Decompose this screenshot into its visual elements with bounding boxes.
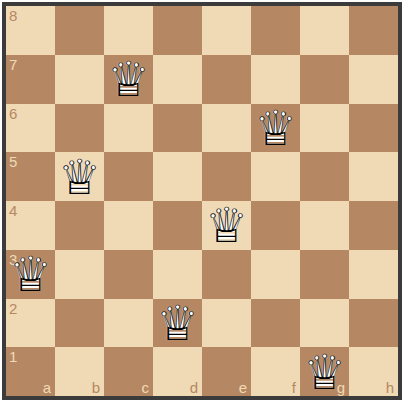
white-queen-piece[interactable]: ♛♕: [104, 55, 153, 104]
white-queen-outline-glyph: ♕: [58, 153, 101, 201]
square-h7[interactable]: [349, 55, 398, 104]
white-queen-piece[interactable]: ♛♕: [55, 152, 104, 201]
rank-label-1: 1: [9, 348, 17, 365]
square-d5[interactable]: [153, 152, 202, 201]
square-d7[interactable]: [153, 55, 202, 104]
square-c8[interactable]: [104, 6, 153, 55]
square-e5[interactable]: [202, 152, 251, 201]
square-b3[interactable]: [55, 250, 104, 299]
rank-label-6: 6: [9, 105, 17, 122]
square-c3[interactable]: [104, 250, 153, 299]
square-e8[interactable]: [202, 6, 251, 55]
square-f3[interactable]: [251, 250, 300, 299]
square-e1[interactable]: e: [202, 347, 251, 396]
square-f7[interactable]: [251, 55, 300, 104]
square-c1[interactable]: c: [104, 347, 153, 396]
file-label-f: f: [292, 379, 296, 396]
square-a3[interactable]: 3♛♕: [6, 250, 55, 299]
square-h1[interactable]: h: [349, 347, 398, 396]
square-c7[interactable]: ♛♕: [104, 55, 153, 104]
file-label-e: e: [239, 379, 247, 396]
square-d4[interactable]: [153, 201, 202, 250]
square-g6[interactable]: [300, 104, 349, 153]
square-b8[interactable]: [55, 6, 104, 55]
square-b5[interactable]: ♛♕: [55, 152, 104, 201]
square-e7[interactable]: [202, 55, 251, 104]
white-queen-outline-glyph: ♕: [107, 55, 150, 103]
square-d2[interactable]: ♛♕: [153, 299, 202, 348]
square-f5[interactable]: [251, 152, 300, 201]
square-a8[interactable]: 8: [6, 6, 55, 55]
square-f4[interactable]: [251, 201, 300, 250]
square-a1[interactable]: 1a: [6, 347, 55, 396]
white-queen-outline-glyph: ♕: [254, 104, 297, 152]
square-f2[interactable]: [251, 299, 300, 348]
chess-board: 87♛♕6♛♕5♛♕4♛♕3♛♕2♛♕1abcdefg♛♕h: [6, 6, 398, 396]
white-queen-piece[interactable]: ♛♕: [153, 299, 202, 348]
square-d1[interactable]: d: [153, 347, 202, 396]
square-d8[interactable]: [153, 6, 202, 55]
square-g3[interactable]: [300, 250, 349, 299]
rank-label-7: 7: [9, 56, 17, 73]
white-queen-piece[interactable]: ♛♕: [251, 104, 300, 153]
square-e3[interactable]: [202, 250, 251, 299]
square-e6[interactable]: [202, 104, 251, 153]
file-label-a: a: [43, 379, 51, 396]
rank-label-4: 4: [9, 202, 17, 219]
file-label-c: c: [142, 379, 150, 396]
white-queen-outline-glyph: ♕: [9, 250, 52, 298]
square-a6[interactable]: 6: [6, 104, 55, 153]
square-f6[interactable]: ♛♕: [251, 104, 300, 153]
square-a5[interactable]: 5: [6, 152, 55, 201]
white-queen-outline-glyph: ♕: [156, 299, 199, 347]
square-f8[interactable]: [251, 6, 300, 55]
square-b1[interactable]: b: [55, 347, 104, 396]
square-g4[interactable]: [300, 201, 349, 250]
square-c2[interactable]: [104, 299, 153, 348]
square-a4[interactable]: 4: [6, 201, 55, 250]
square-h6[interactable]: [349, 104, 398, 153]
square-c4[interactable]: [104, 201, 153, 250]
file-label-h: h: [386, 379, 394, 396]
square-b6[interactable]: [55, 104, 104, 153]
rank-label-5: 5: [9, 153, 17, 170]
square-b2[interactable]: [55, 299, 104, 348]
square-e4[interactable]: ♛♕: [202, 201, 251, 250]
white-queen-outline-glyph: ♕: [303, 348, 346, 396]
square-h3[interactable]: [349, 250, 398, 299]
white-queen-piece[interactable]: ♛♕: [300, 347, 349, 396]
square-e2[interactable]: [202, 299, 251, 348]
rank-label-8: 8: [9, 7, 17, 24]
square-h2[interactable]: [349, 299, 398, 348]
square-c6[interactable]: [104, 104, 153, 153]
square-g1[interactable]: g♛♕: [300, 347, 349, 396]
square-h5[interactable]: [349, 152, 398, 201]
square-h4[interactable]: [349, 201, 398, 250]
square-d6[interactable]: [153, 104, 202, 153]
square-g2[interactable]: [300, 299, 349, 348]
square-d3[interactable]: [153, 250, 202, 299]
file-label-d: d: [190, 379, 198, 396]
file-label-b: b: [92, 379, 100, 396]
square-g7[interactable]: [300, 55, 349, 104]
square-a2[interactable]: 2: [6, 299, 55, 348]
square-g5[interactable]: [300, 152, 349, 201]
white-queen-piece[interactable]: ♛♕: [202, 201, 251, 250]
square-c5[interactable]: [104, 152, 153, 201]
white-queen-outline-glyph: ♕: [205, 201, 248, 249]
square-b4[interactable]: [55, 201, 104, 250]
page: 87♛♕6♛♕5♛♕4♛♕3♛♕2♛♕1abcdefg♛♕h: [0, 0, 408, 406]
chess-board-frame: 87♛♕6♛♕5♛♕4♛♕3♛♕2♛♕1abcdefg♛♕h: [2, 2, 402, 400]
square-f1[interactable]: f: [251, 347, 300, 396]
square-b7[interactable]: [55, 55, 104, 104]
square-a7[interactable]: 7: [6, 55, 55, 104]
square-h8[interactable]: [349, 6, 398, 55]
square-g8[interactable]: [300, 6, 349, 55]
white-queen-piece[interactable]: ♛♕: [6, 250, 55, 299]
